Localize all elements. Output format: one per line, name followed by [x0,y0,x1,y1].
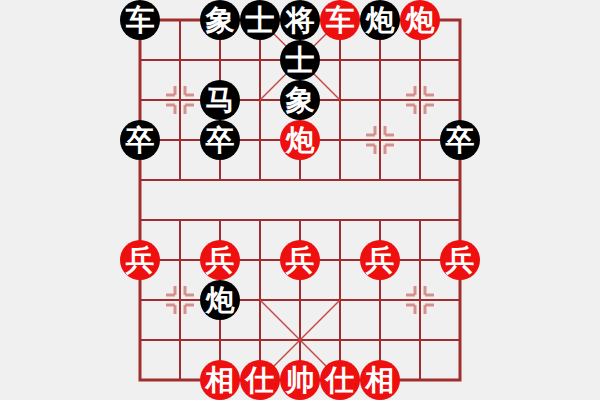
piece-glyph: 兵 [206,240,235,280]
black-advisor[interactable]: 士 [280,40,320,80]
black-elephant[interactable]: 象 [280,80,320,120]
black-pawn[interactable]: 卒 [120,120,160,160]
piece-glyph: 象 [206,0,235,40]
red-chariot[interactable]: 车 [320,0,360,40]
piece-glyph: 相 [366,360,395,400]
piece-glyph: 将 [286,0,315,40]
red-pawn[interactable]: 兵 [200,240,240,280]
piece-glyph: 兵 [446,240,475,280]
black-general[interactable]: 将 [280,0,320,40]
red-pawn[interactable]: 兵 [280,240,320,280]
piece-glyph: 车 [126,0,155,40]
red-advisor[interactable]: 仕 [320,360,360,400]
piece-glyph: 炮 [366,0,395,40]
black-pawn[interactable]: 卒 [440,120,480,160]
piece-glyph: 兵 [286,240,315,280]
piece-glyph: 帅 [286,360,315,400]
piece-glyph: 炮 [406,0,435,40]
piece-glyph: 卒 [446,120,475,160]
piece-glyph: 士 [246,0,275,40]
black-chariot[interactable]: 车 [120,0,160,40]
red-cannon[interactable]: 炮 [280,120,320,160]
piece-glyph: 卒 [126,120,155,160]
red-pawn[interactable]: 兵 [120,240,160,280]
red-pawn[interactable]: 兵 [440,240,480,280]
piece-glyph: 炮 [206,280,235,320]
piece-glyph: 象 [286,80,315,120]
piece-glyph: 卒 [206,120,235,160]
black-horse[interactable]: 马 [200,80,240,120]
red-cannon[interactable]: 炮 [400,0,440,40]
piece-glyph: 兵 [366,240,395,280]
piece-glyph: 车 [326,0,355,40]
black-elephant[interactable]: 象 [200,0,240,40]
black-advisor[interactable]: 士 [240,0,280,40]
red-elephant[interactable]: 相 [360,360,400,400]
red-elephant[interactable]: 相 [200,360,240,400]
piece-glyph: 兵 [126,240,155,280]
xiangqi-board-screenshot: 车象士将车炮炮士马象卒卒炮卒兵兵兵兵兵炮相仕帅仕相 [0,0,600,400]
red-advisor[interactable]: 仕 [240,360,280,400]
black-pawn[interactable]: 卒 [200,120,240,160]
piece-glyph: 相 [206,360,235,400]
red-general[interactable]: 帅 [280,360,320,400]
piece-glyph: 仕 [246,360,275,400]
piece-glyph: 炮 [286,120,315,160]
pieces-layer: 车象士将车炮炮士马象卒卒炮卒兵兵兵兵兵炮相仕帅仕相 [0,0,600,400]
piece-glyph: 士 [286,40,315,80]
red-pawn[interactable]: 兵 [360,240,400,280]
piece-glyph: 马 [206,80,235,120]
black-cannon[interactable]: 炮 [360,0,400,40]
piece-glyph: 仕 [326,360,355,400]
black-cannon[interactable]: 炮 [200,280,240,320]
